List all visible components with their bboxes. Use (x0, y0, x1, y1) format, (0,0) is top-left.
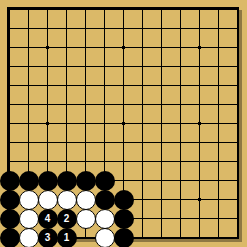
stone-black (19, 171, 39, 191)
stone-white (76, 190, 96, 210)
grid-line-vertical (237, 9, 238, 239)
stone-black (114, 190, 134, 210)
move-number-label: 1 (64, 233, 70, 243)
stone-black-move-2: 2 (57, 209, 77, 229)
grid-line-vertical (161, 9, 162, 239)
stone-black (76, 171, 96, 191)
stone-black (114, 209, 134, 229)
star-point (198, 198, 201, 201)
grid-line-horizontal (9, 142, 239, 143)
stone-white (57, 190, 77, 210)
grid-line-horizontal (9, 85, 239, 86)
stone-black (57, 171, 77, 191)
grid-line-horizontal (9, 161, 239, 162)
stone-black-move-1: 1 (57, 228, 77, 247)
grid-line-horizontal (9, 66, 239, 67)
grid-line-horizontal (9, 9, 239, 10)
star-point (122, 46, 125, 49)
stone-black (0, 228, 20, 247)
grid-line-horizontal (9, 104, 239, 105)
grid-line-vertical (180, 9, 181, 239)
stone-white (38, 190, 58, 210)
go-diagram: 4231 (0, 0, 247, 247)
move-number-label: 2 (64, 214, 70, 224)
stone-white (19, 190, 39, 210)
stone-black (38, 171, 58, 191)
grid-line-horizontal (9, 28, 239, 29)
star-point (122, 122, 125, 125)
stone-white (19, 228, 39, 247)
stone-black-move-4: 4 (38, 209, 58, 229)
stone-black (0, 171, 20, 191)
stone-black (114, 228, 134, 247)
stone-white (95, 228, 115, 247)
move-number-label: 4 (45, 214, 51, 224)
star-point (198, 46, 201, 49)
stone-black (0, 190, 20, 210)
grid-line-vertical (142, 9, 143, 239)
star-point (46, 46, 49, 49)
stone-white (19, 209, 39, 229)
stone-black (95, 171, 115, 191)
grid-line-vertical (218, 9, 219, 239)
stone-black-move-3: 3 (38, 228, 58, 247)
stone-black (95, 190, 115, 210)
stone-black (0, 209, 20, 229)
star-point (198, 122, 201, 125)
star-point (46, 122, 49, 125)
stone-white (76, 209, 96, 229)
move-number-label: 3 (45, 233, 51, 243)
stone-white (95, 209, 115, 229)
